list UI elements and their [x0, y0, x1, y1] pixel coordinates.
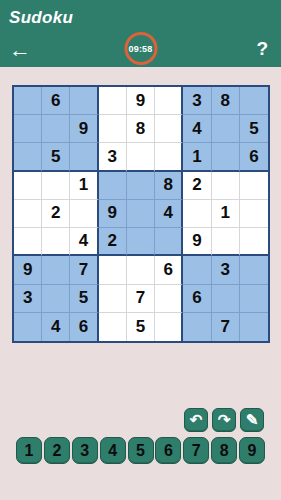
cell-r1c2[interactable]: 6	[42, 87, 70, 115]
cell-r2c2[interactable]	[42, 115, 70, 143]
cell-r5c7[interactable]	[183, 200, 211, 228]
cell-r3c6[interactable]	[155, 143, 183, 171]
cell-r4c2[interactable]	[42, 172, 70, 200]
cell-r4c6[interactable]: 8	[155, 172, 183, 200]
cell-r8c7[interactable]: 6	[183, 285, 211, 313]
cell-r8c2[interactable]	[42, 285, 70, 313]
cell-r3c8[interactable]	[212, 143, 240, 171]
cell-r1c5[interactable]: 9	[127, 87, 155, 115]
cell-r9c4[interactable]	[99, 313, 127, 341]
cell-r4c3[interactable]: 1	[70, 172, 98, 200]
help-icon[interactable]: ?	[256, 38, 268, 60]
cell-r8c4[interactable]	[99, 285, 127, 313]
cell-r6c1[interactable]	[14, 228, 42, 256]
action-bar: ↶ ↷ ✎	[184, 408, 264, 432]
sudoku-board: 6938984553161822941429976335764657	[12, 85, 270, 343]
cell-r3c7[interactable]: 1	[183, 143, 211, 171]
cell-r2c9[interactable]: 5	[240, 115, 268, 143]
cell-r2c5[interactable]: 8	[127, 115, 155, 143]
cell-r4c9[interactable]	[240, 172, 268, 200]
pencil-icon[interactable]: ✎	[240, 408, 264, 432]
cell-r5c6[interactable]: 4	[155, 200, 183, 228]
cell-r6c8[interactable]	[212, 228, 240, 256]
cell-r4c5[interactable]	[127, 172, 155, 200]
cell-r5c1[interactable]	[14, 200, 42, 228]
number-button-3[interactable]: 3	[72, 437, 98, 464]
cell-r9c1[interactable]	[14, 313, 42, 341]
cell-r9c6[interactable]	[155, 313, 183, 341]
cell-r9c7[interactable]	[183, 313, 211, 341]
cell-r8c6[interactable]	[155, 285, 183, 313]
timer-ring: 09:58	[124, 32, 157, 65]
cell-r1c8[interactable]: 8	[212, 87, 240, 115]
number-button-1[interactable]: 1	[16, 437, 42, 464]
cell-r4c1[interactable]	[14, 172, 42, 200]
page-title: Sudoku	[9, 8, 73, 28]
cell-r6c2[interactable]	[42, 228, 70, 256]
cell-r2c6[interactable]	[155, 115, 183, 143]
cell-r1c7[interactable]: 3	[183, 87, 211, 115]
cell-r6c6[interactable]	[155, 228, 183, 256]
cell-r9c5[interactable]: 5	[127, 313, 155, 341]
cell-r3c3[interactable]	[70, 143, 98, 171]
cell-r5c9[interactable]	[240, 200, 268, 228]
cell-r5c3[interactable]	[70, 200, 98, 228]
cell-r3c1[interactable]	[14, 143, 42, 171]
back-arrow-icon[interactable]: ←	[9, 39, 31, 61]
cell-r7c3[interactable]: 7	[70, 256, 98, 284]
cell-r1c1[interactable]	[14, 87, 42, 115]
cell-r8c8[interactable]	[212, 285, 240, 313]
cell-r8c9[interactable]	[240, 285, 268, 313]
cell-r3c5[interactable]	[127, 143, 155, 171]
cell-r1c3[interactable]	[70, 87, 98, 115]
number-button-6[interactable]: 6	[155, 437, 181, 464]
cell-r5c8[interactable]: 1	[212, 200, 240, 228]
cell-r7c4[interactable]	[99, 256, 127, 284]
cell-r7c8[interactable]: 3	[212, 256, 240, 284]
cell-r9c2[interactable]: 4	[42, 313, 70, 341]
cell-r4c8[interactable]	[212, 172, 240, 200]
cell-r7c7[interactable]	[183, 256, 211, 284]
cell-r7c5[interactable]	[127, 256, 155, 284]
cell-r5c2[interactable]: 2	[42, 200, 70, 228]
cell-r6c7[interactable]: 9	[183, 228, 211, 256]
app-header: Sudoku ← 09:58 ?	[0, 0, 281, 67]
cell-r2c1[interactable]	[14, 115, 42, 143]
cell-r9c8[interactable]: 7	[212, 313, 240, 341]
timer-value: 09:58	[128, 44, 152, 54]
cell-r7c1[interactable]: 9	[14, 256, 42, 284]
number-button-8[interactable]: 8	[211, 437, 237, 464]
cell-r4c4[interactable]	[99, 172, 127, 200]
number-button-4[interactable]: 4	[100, 437, 126, 464]
number-pad: 123456789	[16, 437, 265, 464]
cell-r3c2[interactable]: 5	[42, 143, 70, 171]
cell-r1c9[interactable]	[240, 87, 268, 115]
cell-r2c8[interactable]	[212, 115, 240, 143]
cell-r9c3[interactable]: 6	[70, 313, 98, 341]
cell-r6c3[interactable]: 4	[70, 228, 98, 256]
cell-r2c3[interactable]: 9	[70, 115, 98, 143]
cell-r5c4[interactable]: 9	[99, 200, 127, 228]
cell-r4c7[interactable]: 2	[183, 172, 211, 200]
cell-r7c2[interactable]	[42, 256, 70, 284]
cell-r8c1[interactable]: 3	[14, 285, 42, 313]
cell-r9c9[interactable]	[240, 313, 268, 341]
cell-r1c6[interactable]	[155, 87, 183, 115]
cell-r5c5[interactable]	[127, 200, 155, 228]
cell-r3c4[interactable]: 3	[99, 143, 127, 171]
cell-r8c5[interactable]: 7	[127, 285, 155, 313]
number-button-2[interactable]: 2	[44, 437, 70, 464]
cell-r8c3[interactable]: 5	[70, 285, 98, 313]
cell-r1c4[interactable]	[99, 87, 127, 115]
cell-r6c5[interactable]	[127, 228, 155, 256]
cell-r2c4[interactable]	[99, 115, 127, 143]
cell-r7c9[interactable]	[240, 256, 268, 284]
number-button-5[interactable]: 5	[128, 437, 154, 464]
redo-icon[interactable]: ↷	[212, 408, 236, 432]
undo-icon[interactable]: ↶	[184, 408, 208, 432]
cell-r2c7[interactable]: 4	[183, 115, 211, 143]
cell-r3c9[interactable]: 6	[240, 143, 268, 171]
number-button-9[interactable]: 9	[239, 437, 265, 464]
number-button-7[interactable]: 7	[183, 437, 209, 464]
cell-r6c4[interactable]: 2	[99, 228, 127, 256]
cell-r6c9[interactable]	[240, 228, 268, 256]
cell-r7c6[interactable]: 6	[155, 256, 183, 284]
